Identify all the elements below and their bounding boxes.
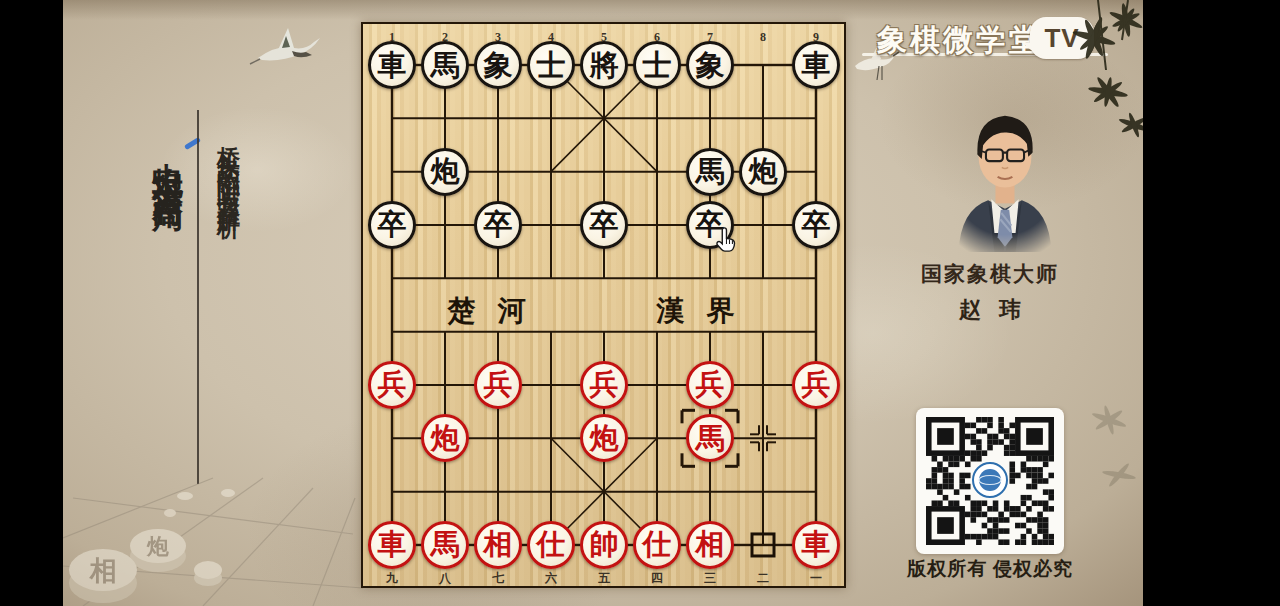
piece-black-象-c3r0[interactable]: 象 <box>474 41 522 89</box>
piece-red-相-c7r9[interactable]: 相 <box>686 521 734 569</box>
presenter-name: 赵玮 <box>905 295 1075 325</box>
river-text-right: 漢界 <box>646 292 757 330</box>
piece-black-象-c7r0[interactable]: 象 <box>686 41 734 89</box>
file-number-bottom-9: 一 <box>810 570 822 587</box>
piece-black-卒-c1r3[interactable]: 卒 <box>368 201 416 249</box>
top-shade <box>63 0 1143 20</box>
physical-pieces-photo: 炮 相 <box>63 438 363 606</box>
crane-icon <box>248 18 324 80</box>
file-number-bottom-1: 九 <box>386 570 398 587</box>
piece-black-卒-c3r3[interactable]: 卒 <box>474 201 522 249</box>
presenter-photo <box>940 104 1070 252</box>
piece-black-馬-c2r0[interactable]: 馬 <box>421 41 469 89</box>
piece-black-卒-c9r3[interactable]: 卒 <box>792 201 840 249</box>
file-number-bottom-2: 八 <box>439 570 451 587</box>
piece-red-兵-c3r6[interactable]: 兵 <box>474 361 522 409</box>
file-number-bottom-3: 七 <box>492 570 504 587</box>
lesson-subtitle: 桥头堡的陷阱与套路解析 <box>213 127 244 204</box>
file-number-bottom-7: 三 <box>704 570 716 587</box>
video-frame: 中炮对十大冷门布局 桥头堡的陷阱与套路解析 炮 相 123456789 <box>0 0 1280 606</box>
piece-red-帥-c5r9[interactable]: 帥 <box>580 521 628 569</box>
piece-black-士-c4r0[interactable]: 士 <box>527 41 575 89</box>
piece-red-兵-c1r6[interactable]: 兵 <box>368 361 416 409</box>
piece-red-仕-c6r9[interactable]: 仕 <box>633 521 681 569</box>
piece-red-馬-c7r7[interactable]: 馬 <box>686 414 734 462</box>
piece-black-馬-c7r2[interactable]: 馬 <box>686 148 734 196</box>
lesson-title: 中炮对十大冷门布局 <box>146 138 188 183</box>
content-area: 中炮对十大冷门布局 桥头堡的陷阱与套路解析 炮 相 123456789 <box>63 0 1143 606</box>
qr-code <box>916 408 1064 554</box>
qr-pattern <box>916 408 1064 554</box>
file-number-bottom-5: 五 <box>598 570 610 587</box>
copyright-text: 版权所有 侵权必究 <box>890 556 1090 582</box>
piece-red-炮-c5r7[interactable]: 炮 <box>580 414 628 462</box>
piece-red-車-c9r9[interactable]: 車 <box>792 521 840 569</box>
piece-black-將-c5r0[interactable]: 將 <box>580 41 628 89</box>
piece-red-仕-c4r9[interactable]: 仕 <box>527 521 575 569</box>
svg-text:炮: 炮 <box>146 534 169 559</box>
piece-black-卒-c5r3[interactable]: 卒 <box>580 201 628 249</box>
piece-red-相-c3r9[interactable]: 相 <box>474 521 522 569</box>
piece-black-車-c9r0[interactable]: 車 <box>792 41 840 89</box>
xiangqi-board[interactable]: 123456789 九八七六五四三二一 楚河 漢界 車馬象士將士象車炮馬炮卒卒卒… <box>361 22 846 588</box>
piece-black-炮-c8r2[interactable]: 炮 <box>739 148 787 196</box>
file-number-bottom-8: 二 <box>757 570 769 587</box>
piece-red-馬-c2r9[interactable]: 馬 <box>421 521 469 569</box>
piece-black-士-c6r0[interactable]: 士 <box>633 41 681 89</box>
brand-name: 象棋微学堂 <box>877 20 1042 61</box>
piece-red-兵-c7r6[interactable]: 兵 <box>686 361 734 409</box>
river-text-left: 楚河 <box>437 292 548 330</box>
hand-cursor <box>714 226 738 254</box>
file-number-bottom-4: 六 <box>545 570 557 587</box>
svg-text:相: 相 <box>89 556 117 586</box>
file-number-top-8: 8 <box>760 30 766 45</box>
title-divider <box>197 110 199 484</box>
piece-red-炮-c2r7[interactable]: 炮 <box>421 414 469 462</box>
piece-red-車-c1r9[interactable]: 車 <box>368 521 416 569</box>
piece-red-兵-c5r6[interactable]: 兵 <box>580 361 628 409</box>
bamboo-faint-icon <box>1075 390 1143 510</box>
presenter-title: 国家象棋大师 <box>905 260 1075 288</box>
file-number-bottom-6: 四 <box>651 570 663 587</box>
piece-black-炮-c2r2[interactable]: 炮 <box>421 148 469 196</box>
piece-red-兵-c9r6[interactable]: 兵 <box>792 361 840 409</box>
piece-black-車-c1r0[interactable]: 車 <box>368 41 416 89</box>
